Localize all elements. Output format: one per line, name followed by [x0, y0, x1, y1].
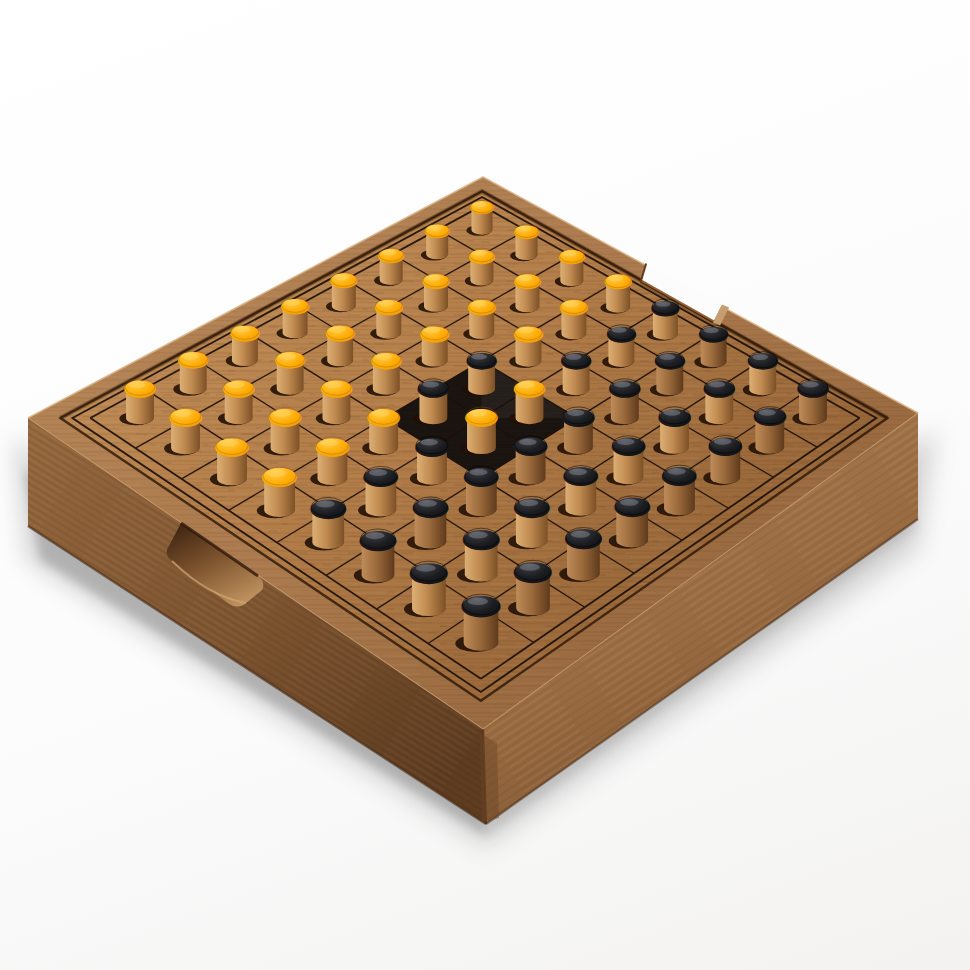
scene: ●●●●●●●●●●●●●●●●●●●●●●●●●●●●●●●●●●●●●●●●… [0, 0, 970, 970]
